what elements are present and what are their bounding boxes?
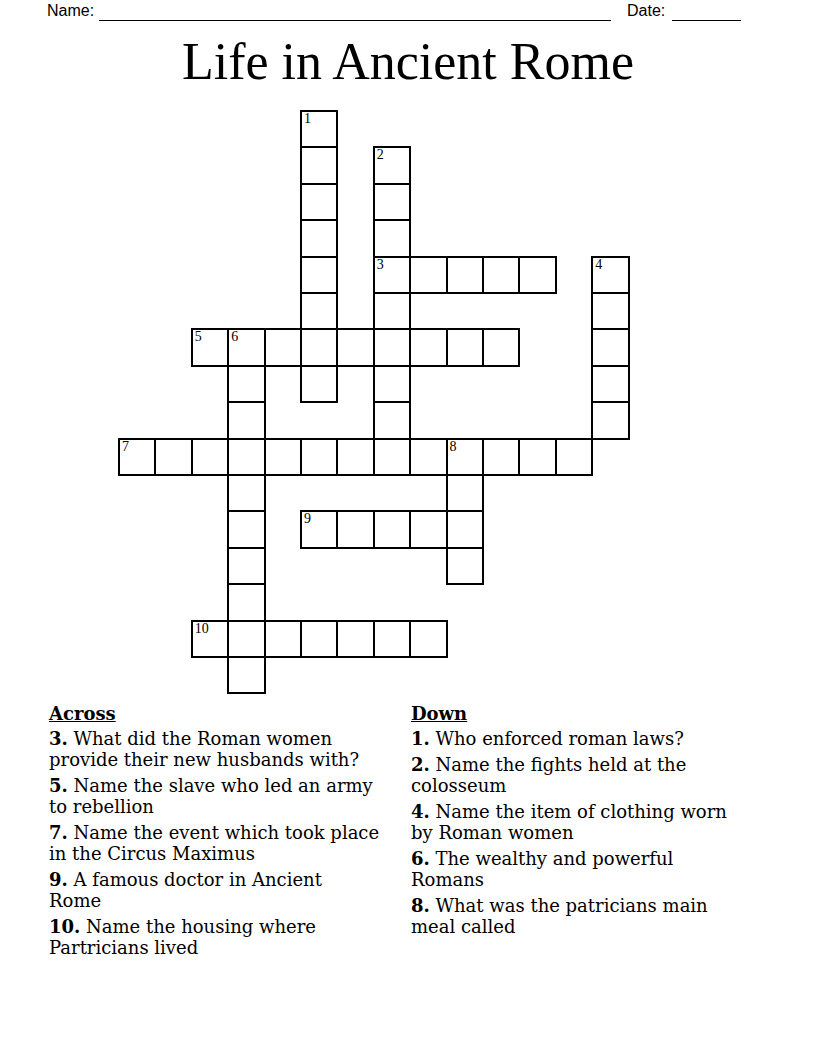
grid-cell-r6c2[interactable]: 5	[191, 328, 229, 366]
across-clues-list: 3. What did the Roman womenprovide their…	[49, 728, 404, 958]
grid-cell-r14c4[interactable]	[264, 620, 302, 658]
clue-down-2: 2. Name the fights held at thecolosseum	[411, 754, 811, 796]
down-clues-column: Down 1. Who enforced roman laws?2. Name …	[411, 703, 811, 942]
grid-cell-r11c9[interactable]	[446, 510, 484, 548]
worksheet-page: Name: Date: Life in Ancient Rome 1234567…	[0, 0, 816, 1056]
grid-cell-r15c3[interactable]	[227, 656, 265, 694]
grid-cell-r8c3[interactable]	[227, 401, 265, 439]
grid-cell-r14c3[interactable]	[227, 620, 265, 658]
clue-across-3: 3. What did the Roman womenprovide their…	[49, 728, 404, 770]
clue-across-10: 10. Name the housing wherePartricians li…	[49, 916, 404, 958]
clue-number: 8.	[411, 895, 430, 916]
cell-number-9: 9	[304, 512, 311, 526]
cell-number-6: 6	[231, 330, 238, 344]
grid-cell-r2c5[interactable]	[300, 183, 338, 221]
grid-cell-r4c7[interactable]: 3	[373, 256, 411, 294]
grid-cell-r6c8[interactable]	[409, 328, 447, 366]
cell-number-8: 8	[450, 440, 457, 454]
grid-cell-r6c9[interactable]	[446, 328, 484, 366]
down-heading: Down	[411, 703, 811, 724]
grid-cell-r4c5[interactable]	[300, 256, 338, 294]
grid-cell-r8c7[interactable]	[373, 401, 411, 439]
grid-cell-r7c13[interactable]	[591, 365, 629, 403]
grid-cell-r6c4[interactable]	[264, 328, 302, 366]
cell-number-7: 7	[122, 440, 129, 454]
clue-number: 5.	[49, 775, 68, 796]
grid-cell-r9c7[interactable]	[373, 438, 411, 476]
grid-cell-r4c10[interactable]	[482, 256, 520, 294]
clue-down-4-line2: by Roman women	[411, 822, 811, 843]
clue-across-7-line1: 7. Name the event which took place	[49, 822, 404, 843]
grid-cell-r11c6[interactable]	[336, 510, 374, 548]
grid-cell-r9c12[interactable]	[555, 438, 593, 476]
down-clues-list: 1. Who enforced roman laws?2. Name the f…	[411, 728, 811, 937]
grid-cell-r7c5[interactable]	[300, 365, 338, 403]
grid-cell-r9c8[interactable]	[409, 438, 447, 476]
grid-cell-r11c5[interactable]: 9	[300, 510, 338, 548]
clue-number: 6.	[411, 848, 430, 869]
grid-cell-r6c5[interactable]	[300, 328, 338, 366]
clue-down-1: 1. Who enforced roman laws?	[411, 728, 811, 749]
crossword-grid: 12345678910	[118, 110, 630, 696]
clue-down-1-line1: 1. Who enforced roman laws?	[411, 728, 811, 749]
grid-cell-r6c10[interactable]	[482, 328, 520, 366]
grid-cell-r9c1[interactable]	[154, 438, 192, 476]
clue-across-5: 5. Name the slave who led an armyto rebe…	[49, 775, 404, 817]
clue-across-9-line2: Rome	[49, 890, 404, 911]
grid-cell-r6c3[interactable]: 6	[227, 328, 265, 366]
clue-across-5-line1: 5. Name the slave who led an army	[49, 775, 404, 796]
across-heading: Across	[49, 703, 404, 724]
grid-cell-r14c8[interactable]	[409, 620, 447, 658]
grid-cell-r1c7[interactable]: 2	[373, 146, 411, 184]
clue-down-6: 6. The wealthy and powerfulRomans	[411, 848, 811, 890]
grid-cell-r2c7[interactable]	[373, 183, 411, 221]
cell-number-5: 5	[195, 330, 202, 344]
grid-cell-r11c8[interactable]	[409, 510, 447, 548]
grid-cell-r4c13[interactable]: 4	[591, 256, 629, 294]
grid-cell-r4c11[interactable]	[518, 256, 556, 294]
clue-across-10-line2: Partricians lived	[49, 937, 404, 958]
cell-number-10: 10	[195, 622, 209, 636]
grid-cell-r11c3[interactable]	[227, 510, 265, 548]
clue-down-4-line1: 4. Name the item of clothing worn	[411, 801, 811, 822]
grid-cell-r10c9[interactable]	[446, 474, 484, 512]
grid-cell-r11c7[interactable]	[373, 510, 411, 548]
clue-number: 7.	[49, 822, 68, 843]
clue-down-6-line2: Romans	[411, 869, 811, 890]
across-clues-column: Across 3. What did the Roman womenprovid…	[49, 703, 404, 963]
clue-down-8: 8. What was the patricians mainmeal call…	[411, 895, 811, 937]
clue-across-10-line1: 10. Name the housing where	[49, 916, 404, 937]
date-fill-line	[672, 20, 741, 21]
clue-across-5-line2: to rebellion	[49, 796, 404, 817]
date-label: Date:	[627, 3, 665, 19]
grid-cell-r9c2[interactable]	[191, 438, 229, 476]
grid-cell-r9c10[interactable]	[482, 438, 520, 476]
grid-cell-r14c6[interactable]	[336, 620, 374, 658]
clue-down-2-line2: colosseum	[411, 775, 811, 796]
name-label: Name:	[47, 3, 94, 19]
clue-down-8-line2: meal called	[411, 916, 811, 937]
grid-cell-r6c13[interactable]	[591, 328, 629, 366]
clue-number: 10.	[49, 916, 80, 937]
cell-number-2: 2	[377, 148, 384, 162]
grid-cell-r4c9[interactable]	[446, 256, 484, 294]
grid-cell-r7c3[interactable]	[227, 365, 265, 403]
clue-number: 9.	[49, 869, 68, 890]
clue-number: 4.	[411, 801, 430, 822]
cell-number-1: 1	[304, 112, 311, 126]
cell-number-3: 3	[377, 258, 384, 272]
grid-cell-r1c5[interactable]	[300, 146, 338, 184]
grid-cell-r3c5[interactable]	[300, 219, 338, 257]
grid-cell-r13c3[interactable]	[227, 583, 265, 621]
clue-down-4: 4. Name the item of clothing wornby Roma…	[411, 801, 811, 843]
grid-cell-r9c3[interactable]	[227, 438, 265, 476]
grid-cell-r5c7[interactable]	[373, 292, 411, 330]
grid-cell-r9c0[interactable]: 7	[118, 438, 156, 476]
clue-across-9: 9. A famous doctor in AncientRome	[49, 869, 404, 911]
clue-number: 1.	[411, 728, 430, 749]
clue-across-7-line2: in the Circus Maximus	[49, 843, 404, 864]
grid-cell-r9c9[interactable]: 8	[446, 438, 484, 476]
grid-cell-r8c13[interactable]	[591, 401, 629, 439]
clue-down-2-line1: 2. Name the fights held at the	[411, 754, 811, 775]
grid-cell-r5c13[interactable]	[591, 292, 629, 330]
grid-cell-r9c5[interactable]	[300, 438, 338, 476]
grid-cell-r14c7[interactable]	[373, 620, 411, 658]
clue-across-3-line1: 3. What did the Roman women	[49, 728, 404, 749]
grid-cell-r10c3[interactable]	[227, 474, 265, 512]
grid-cell-r9c4[interactable]	[264, 438, 302, 476]
cell-number-4: 4	[595, 258, 602, 272]
clue-number: 2.	[411, 754, 430, 775]
grid-cell-r14c5[interactable]	[300, 620, 338, 658]
worksheet-title: Life in Ancient Rome	[0, 36, 816, 88]
grid-cell-r9c6[interactable]	[336, 438, 374, 476]
clue-across-7: 7. Name the event which took placein the…	[49, 822, 404, 864]
grid-cell-r9c11[interactable]	[518, 438, 556, 476]
clue-down-8-line1: 8. What was the patricians main	[411, 895, 811, 916]
grid-cell-r14c2[interactable]: 10	[191, 620, 229, 658]
grid-cell-r5c5[interactable]	[300, 292, 338, 330]
clue-number: 3.	[49, 728, 68, 749]
grid-cell-r6c7[interactable]	[373, 328, 411, 366]
grid-cell-r0c5[interactable]: 1	[300, 110, 338, 148]
clue-across-3-line2: provide their new husbands with?	[49, 749, 404, 770]
grid-cell-r3c7[interactable]	[373, 219, 411, 257]
grid-cell-r6c6[interactable]	[336, 328, 374, 366]
grid-cell-r12c3[interactable]	[227, 547, 265, 585]
grid-cell-r4c8[interactable]	[409, 256, 447, 294]
grid-cell-r7c7[interactable]	[373, 365, 411, 403]
grid-cell-r12c9[interactable]	[446, 547, 484, 585]
clue-down-6-line1: 6. The wealthy and powerful	[411, 848, 811, 869]
name-fill-line	[99, 20, 611, 21]
clue-across-9-line1: 9. A famous doctor in Ancient	[49, 869, 404, 890]
